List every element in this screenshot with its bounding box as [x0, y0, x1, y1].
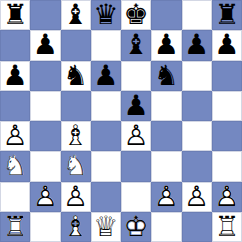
square-d3[interactable] [91, 151, 121, 181]
square-b3[interactable] [30, 151, 60, 181]
square-f5[interactable] [151, 91, 181, 121]
square-a6[interactable]: ♟ [0, 61, 30, 91]
piece-white-king: ♔ [121, 212, 151, 242]
piece-black-rook: ♜ [212, 0, 242, 30]
square-g7[interactable]: ♟ [182, 30, 212, 60]
square-g2[interactable]: ♟♙ [182, 182, 212, 212]
square-f7[interactable]: ♟ [151, 30, 181, 60]
piece-white-knight: ♘ [0, 151, 30, 181]
square-h4[interactable] [212, 121, 242, 151]
square-f4[interactable] [151, 121, 181, 151]
square-b4[interactable] [30, 121, 60, 151]
square-e2[interactable] [121, 182, 151, 212]
piece-white-bishop: ♗ [61, 212, 91, 242]
piece-black-queen: ♛ [91, 0, 121, 30]
piece-black-pawn: ♟ [0, 61, 30, 91]
square-e4[interactable]: ♟♙ [121, 121, 151, 151]
piece-black-pawn: ♟ [212, 30, 242, 60]
piece-white-pawn: ♙ [212, 182, 242, 212]
square-b6[interactable] [30, 61, 60, 91]
square-h1[interactable]: ♜♖ [212, 212, 242, 242]
square-a1[interactable]: ♜♖ [0, 212, 30, 242]
piece-white-rook: ♖ [212, 212, 242, 242]
square-c4[interactable]: ♝♗ [61, 121, 91, 151]
square-e8[interactable]: ♚ [121, 0, 151, 30]
square-a3[interactable]: ♞♘ [0, 151, 30, 181]
square-c5[interactable] [61, 91, 91, 121]
square-d6[interactable]: ♟ [91, 61, 121, 91]
square-b1[interactable] [30, 212, 60, 242]
square-h3[interactable] [212, 151, 242, 181]
piece-white-pawn: ♙ [30, 182, 60, 212]
square-a2[interactable] [0, 182, 30, 212]
square-a4[interactable]: ♟♙ [0, 121, 30, 151]
piece-black-bishop: ♝ [121, 30, 151, 60]
piece-white-pawn: ♙ [61, 182, 91, 212]
piece-black-pawn: ♟ [121, 91, 151, 121]
chess-board: ♜♝♛♚♜♟♝♟♟♟♟♞♟♞♟♟♙♝♗♟♙♞♘♞♘♟♙♟♙♟♙♟♙♟♙♜♖♝♗♛… [0, 0, 242, 242]
piece-black-rook: ♜ [0, 0, 30, 30]
square-f3[interactable] [151, 151, 181, 181]
square-f6[interactable]: ♞ [151, 61, 181, 91]
piece-black-pawn: ♟ [91, 61, 121, 91]
square-d1[interactable]: ♛♕ [91, 212, 121, 242]
square-h5[interactable] [212, 91, 242, 121]
piece-black-knight: ♞ [61, 61, 91, 91]
piece-white-pawn: ♙ [182, 182, 212, 212]
square-g8[interactable] [182, 0, 212, 30]
piece-white-pawn: ♙ [0, 121, 30, 151]
square-f1[interactable] [151, 212, 181, 242]
square-f2[interactable]: ♟♙ [151, 182, 181, 212]
square-g6[interactable] [182, 61, 212, 91]
square-h8[interactable]: ♜ [212, 0, 242, 30]
square-c6[interactable]: ♞ [61, 61, 91, 91]
square-c1[interactable]: ♝♗ [61, 212, 91, 242]
square-b2[interactable]: ♟♙ [30, 182, 60, 212]
square-e5[interactable]: ♟ [121, 91, 151, 121]
square-d8[interactable]: ♛ [91, 0, 121, 30]
square-d4[interactable] [91, 121, 121, 151]
piece-black-pawn: ♟ [30, 30, 60, 60]
chess-board-window: ♜♝♛♚♜♟♝♟♟♟♟♞♟♞♟♟♙♝♗♟♙♞♘♞♘♟♙♟♙♟♙♟♙♟♙♜♖♝♗♛… [0, 0, 242, 242]
square-f8[interactable] [151, 0, 181, 30]
square-h7[interactable]: ♟ [212, 30, 242, 60]
square-c7[interactable] [61, 30, 91, 60]
piece-white-pawn: ♙ [151, 182, 181, 212]
square-c3[interactable]: ♞♘ [61, 151, 91, 181]
square-d2[interactable] [91, 182, 121, 212]
square-b5[interactable] [30, 91, 60, 121]
piece-black-knight: ♞ [151, 61, 181, 91]
square-d5[interactable] [91, 91, 121, 121]
square-b8[interactable] [30, 0, 60, 30]
piece-black-pawn: ♟ [182, 30, 212, 60]
square-g4[interactable] [182, 121, 212, 151]
piece-white-queen: ♕ [91, 212, 121, 242]
piece-white-pawn: ♙ [121, 121, 151, 151]
square-e3[interactable] [121, 151, 151, 181]
square-a7[interactable] [0, 30, 30, 60]
square-b7[interactable]: ♟ [30, 30, 60, 60]
square-e6[interactable] [121, 61, 151, 91]
square-h6[interactable] [212, 61, 242, 91]
square-d7[interactable] [91, 30, 121, 60]
piece-white-bishop: ♗ [61, 121, 91, 151]
square-h2[interactable]: ♟♙ [212, 182, 242, 212]
square-c2[interactable]: ♟♙ [61, 182, 91, 212]
piece-black-bishop: ♝ [61, 0, 91, 30]
piece-white-knight: ♘ [61, 151, 91, 181]
piece-black-king: ♚ [121, 0, 151, 30]
square-e1[interactable]: ♚♔ [121, 212, 151, 242]
square-c8[interactable]: ♝ [61, 0, 91, 30]
square-g1[interactable] [182, 212, 212, 242]
square-a8[interactable]: ♜ [0, 0, 30, 30]
square-e7[interactable]: ♝ [121, 30, 151, 60]
piece-white-rook: ♖ [0, 212, 30, 242]
square-a5[interactable] [0, 91, 30, 121]
square-g5[interactable] [182, 91, 212, 121]
piece-black-pawn: ♟ [151, 30, 181, 60]
square-g3[interactable] [182, 151, 212, 181]
